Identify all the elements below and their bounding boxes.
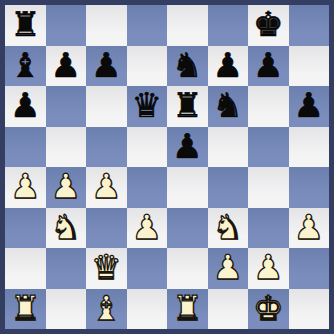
square-d6[interactable]: ♛ (127, 86, 168, 127)
square-f4[interactable] (208, 167, 249, 208)
black-knight-f6: ♞ (213, 86, 243, 125)
square-g8[interactable]: ♚ (248, 5, 289, 46)
square-b1[interactable] (46, 289, 87, 330)
square-g4[interactable] (248, 167, 289, 208)
black-pawn-e5: ♟ (172, 127, 202, 166)
square-h7[interactable] (289, 46, 330, 87)
board-frame: ♜♚♝♟♟♞♟♟♟♛♜♞♟♟♟♟♟♞♟♞♟♛♟♟♜♝♜♚ (0, 0, 334, 334)
white-pawn-h3: ♟ (294, 208, 324, 247)
chess-board: ♜♚♝♟♟♞♟♟♟♛♜♞♟♟♟♟♟♞♟♞♟♛♟♟♜♝♜♚ (5, 5, 329, 329)
square-a7[interactable]: ♝ (5, 46, 46, 87)
square-c4[interactable]: ♟ (86, 167, 127, 208)
square-d7[interactable] (127, 46, 168, 87)
square-e1[interactable]: ♜ (167, 289, 208, 330)
black-rook-a8: ♜ (10, 5, 40, 44)
square-e7[interactable]: ♞ (167, 46, 208, 87)
square-e4[interactable] (167, 167, 208, 208)
white-pawn-d3: ♟ (132, 208, 162, 247)
square-g5[interactable] (248, 127, 289, 168)
square-a8[interactable]: ♜ (5, 5, 46, 46)
white-queen-c2: ♛ (91, 248, 121, 287)
square-d4[interactable] (127, 167, 168, 208)
square-c1[interactable]: ♝ (86, 289, 127, 330)
square-a1[interactable]: ♜ (5, 289, 46, 330)
black-bishop-a7: ♝ (10, 46, 40, 85)
black-rook-e6: ♜ (172, 86, 202, 125)
black-pawn-h6: ♟ (294, 86, 324, 125)
square-b2[interactable] (46, 248, 87, 289)
white-pawn-b4: ♟ (51, 167, 81, 206)
black-pawn-a6: ♟ (10, 86, 40, 125)
square-f1[interactable] (208, 289, 249, 330)
square-b7[interactable]: ♟ (46, 46, 87, 87)
square-d8[interactable] (127, 5, 168, 46)
square-f6[interactable]: ♞ (208, 86, 249, 127)
square-a5[interactable] (5, 127, 46, 168)
square-c7[interactable]: ♟ (86, 46, 127, 87)
square-b6[interactable] (46, 86, 87, 127)
square-c2[interactable]: ♛ (86, 248, 127, 289)
black-pawn-c7: ♟ (91, 46, 121, 85)
square-g6[interactable] (248, 86, 289, 127)
square-f5[interactable] (208, 127, 249, 168)
white-rook-a1: ♜ (10, 289, 40, 328)
white-bishop-c1: ♝ (91, 289, 121, 328)
square-f7[interactable]: ♟ (208, 46, 249, 87)
square-a2[interactable] (5, 248, 46, 289)
square-d5[interactable] (127, 127, 168, 168)
white-knight-b3: ♞ (51, 208, 81, 247)
black-king-g8: ♚ (253, 5, 283, 44)
square-c6[interactable] (86, 86, 127, 127)
white-pawn-c4: ♟ (91, 167, 121, 206)
white-knight-f3: ♞ (213, 208, 243, 247)
square-d1[interactable] (127, 289, 168, 330)
white-rook-e1: ♜ (172, 289, 202, 328)
square-b4[interactable]: ♟ (46, 167, 87, 208)
white-pawn-f2: ♟ (213, 248, 243, 287)
square-g1[interactable]: ♚ (248, 289, 289, 330)
white-pawn-g2: ♟ (253, 248, 283, 287)
square-f2[interactable]: ♟ (208, 248, 249, 289)
black-pawn-g7: ♟ (253, 46, 283, 85)
white-pawn-a4: ♟ (10, 167, 40, 206)
black-pawn-f7: ♟ (213, 46, 243, 85)
black-pawn-b7: ♟ (51, 46, 81, 85)
square-g3[interactable] (248, 208, 289, 249)
square-e2[interactable] (167, 248, 208, 289)
square-d3[interactable]: ♟ (127, 208, 168, 249)
square-h4[interactable] (289, 167, 330, 208)
square-h3[interactable]: ♟ (289, 208, 330, 249)
square-g7[interactable]: ♟ (248, 46, 289, 87)
square-f3[interactable]: ♞ (208, 208, 249, 249)
square-b5[interactable] (46, 127, 87, 168)
square-d2[interactable] (127, 248, 168, 289)
square-h5[interactable] (289, 127, 330, 168)
square-c5[interactable] (86, 127, 127, 168)
square-e5[interactable]: ♟ (167, 127, 208, 168)
white-king-g1: ♚ (253, 289, 283, 328)
square-a6[interactable]: ♟ (5, 86, 46, 127)
square-e8[interactable] (167, 5, 208, 46)
square-h8[interactable] (289, 5, 330, 46)
square-c3[interactable] (86, 208, 127, 249)
square-h2[interactable] (289, 248, 330, 289)
black-knight-e7: ♞ (172, 46, 202, 85)
black-queen-d6: ♛ (132, 86, 162, 125)
square-e6[interactable]: ♜ (167, 86, 208, 127)
square-f8[interactable] (208, 5, 249, 46)
square-h1[interactable] (289, 289, 330, 330)
square-a4[interactable]: ♟ (5, 167, 46, 208)
square-a3[interactable] (5, 208, 46, 249)
square-b8[interactable] (46, 5, 87, 46)
square-c8[interactable] (86, 5, 127, 46)
square-g2[interactable]: ♟ (248, 248, 289, 289)
square-b3[interactable]: ♞ (46, 208, 87, 249)
square-h6[interactable]: ♟ (289, 86, 330, 127)
square-e3[interactable] (167, 208, 208, 249)
